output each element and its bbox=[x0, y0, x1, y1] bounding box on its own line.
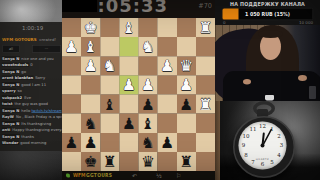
square[interactable] bbox=[62, 95, 81, 114]
white-bishop[interactable]: ♝ bbox=[119, 18, 138, 37]
square[interactable]: ♝ bbox=[139, 114, 158, 133]
black-bishop[interactable]: ♝ bbox=[100, 95, 119, 114]
square[interactable]: ♝ bbox=[100, 95, 119, 114]
chat-timer: 1:00:19 bbox=[22, 25, 43, 32]
online-indicator-icon bbox=[66, 174, 70, 178]
square[interactable] bbox=[196, 56, 215, 75]
square[interactable] bbox=[62, 75, 81, 94]
square[interactable] bbox=[196, 114, 215, 133]
offer-draw-icon[interactable]: ½ bbox=[156, 172, 162, 179]
streamer-fringe bbox=[258, 30, 283, 38]
square[interactable] bbox=[196, 37, 215, 56]
square[interactable]: ♟ bbox=[158, 56, 177, 75]
chat-username[interactable]: sperry bbox=[2, 89, 17, 94]
black-pawn[interactable]: ♟ bbox=[81, 133, 100, 152]
watch-numeral: 8 bbox=[244, 152, 248, 159]
square[interactable] bbox=[62, 152, 81, 171]
square[interactable]: ♟ bbox=[119, 75, 138, 94]
square[interactable] bbox=[100, 114, 119, 133]
square[interactable] bbox=[119, 152, 138, 171]
square[interactable]: ♟ bbox=[177, 95, 196, 114]
shoulder-cutout bbox=[243, 79, 251, 85]
square[interactable]: ♞ bbox=[139, 37, 158, 56]
square[interactable] bbox=[158, 37, 177, 56]
square[interactable] bbox=[62, 56, 81, 75]
chat-notice-name: WFM GOTOURS bbox=[2, 37, 37, 42]
square[interactable] bbox=[62, 18, 81, 37]
chess-board[interactable]: ♚♝♜♟♝♞♟♞♟♛♟♟♟♝♟♟♜♞♟♝♟♟♞♟♚♜♛♜ bbox=[62, 18, 215, 171]
stream-frame: 1:00:19 WFM GOTOURS created! all ··· Sen… bbox=[0, 0, 320, 180]
square[interactable] bbox=[158, 75, 177, 94]
square[interactable]: ♞ bbox=[100, 56, 119, 75]
chat-username[interactable]: sweetndcols bbox=[2, 63, 29, 68]
square[interactable]: ♝ bbox=[119, 18, 138, 37]
chat-link[interactable]: twitch.tv/stream bbox=[31, 108, 61, 113]
player-title-badge: WFM bbox=[73, 173, 86, 178]
takeback-icon[interactable]: ↶ bbox=[132, 172, 137, 179]
white-knight[interactable]: ♞ bbox=[100, 56, 119, 75]
white-pawn[interactable]: ♟ bbox=[158, 56, 177, 75]
player-bar: WFM GGTOURS ↶ ½ ⚐ bbox=[62, 171, 215, 180]
chat-username[interactable]: Senya N bbox=[2, 69, 20, 74]
square[interactable] bbox=[119, 56, 138, 75]
black-pawn[interactable]: ♟ bbox=[119, 114, 138, 133]
chat-message-list: Senya Nnice one and yousweetndcols0Senya… bbox=[2, 55, 62, 146]
black-rook[interactable]: ♜ bbox=[100, 152, 119, 171]
watch-numeral: 10 bbox=[243, 133, 250, 140]
chat-username[interactable]: Senya N bbox=[2, 121, 20, 126]
square[interactable]: ♟ bbox=[177, 75, 196, 94]
chat-username[interactable]: RayW bbox=[2, 115, 15, 120]
square[interactable]: ♛ bbox=[177, 56, 196, 75]
square[interactable] bbox=[196, 152, 215, 171]
white-rook[interactable]: ♜ bbox=[196, 95, 215, 114]
black-pawn[interactable]: ♟ bbox=[62, 133, 81, 152]
square[interactable] bbox=[100, 75, 119, 94]
chat-tab-more[interactable]: ··· bbox=[32, 45, 61, 53]
square[interactable]: ♜ bbox=[196, 95, 215, 114]
chat-username[interactable]: arent blankfan bbox=[2, 76, 34, 81]
watch-numeral: 7 bbox=[251, 159, 255, 166]
watch-hub bbox=[261, 144, 265, 148]
square[interactable] bbox=[177, 37, 196, 56]
watch-numeral: 3 bbox=[280, 142, 284, 149]
square[interactable]: ♟ bbox=[139, 95, 158, 114]
chat-username[interactable]: Senya N bbox=[2, 56, 20, 61]
white-knight[interactable]: ♞ bbox=[139, 37, 158, 56]
square[interactable]: ♚ bbox=[81, 152, 100, 171]
chat-tab-all[interactable]: all bbox=[3, 45, 20, 53]
square[interactable] bbox=[177, 114, 196, 133]
square[interactable]: ♜ bbox=[196, 18, 215, 37]
square[interactable] bbox=[158, 114, 177, 133]
black-pawn[interactable]: ♟ bbox=[177, 95, 196, 114]
white-pawn[interactable]: ♟ bbox=[177, 75, 196, 94]
black-pawn[interactable]: ♟ bbox=[139, 95, 158, 114]
square[interactable] bbox=[119, 37, 138, 56]
stream-inner: 1:00:19 WFM GOTOURS created! all ··· Sen… bbox=[0, 0, 320, 180]
square[interactable] bbox=[81, 95, 100, 114]
watch-numeral: 4 bbox=[277, 152, 281, 159]
donation-progress-bar: 1 050 RUB (15%) bbox=[222, 8, 313, 20]
chat-username[interactable]: Senya N bbox=[2, 134, 20, 139]
square[interactable]: ♟ bbox=[81, 56, 100, 75]
black-knight[interactable]: ♞ bbox=[81, 114, 100, 133]
square[interactable] bbox=[139, 18, 158, 37]
square[interactable] bbox=[81, 75, 100, 94]
chat-username[interactable]: anti bbox=[2, 128, 11, 133]
white-bishop[interactable]: ♝ bbox=[81, 37, 100, 56]
watch-numeral: 5 bbox=[270, 159, 274, 166]
game-counter: #70 bbox=[198, 2, 212, 10]
square[interactable] bbox=[196, 133, 215, 152]
square[interactable] bbox=[100, 18, 119, 37]
watch-numeral: 2 bbox=[277, 133, 281, 140]
donation-widget: НА ПОДДЕРЖКУ КАНАЛА 1 050 RUB (15%) 0 10… bbox=[215, 0, 320, 25]
watch-numeral: 9 bbox=[242, 142, 246, 149]
resign-flag-icon[interactable]: ⚐ bbox=[176, 172, 181, 179]
black-queen[interactable]: ♛ bbox=[139, 152, 158, 171]
square[interactable]: ♚ bbox=[81, 18, 100, 37]
white-rook[interactable]: ♜ bbox=[196, 18, 215, 37]
square[interactable]: ♟ bbox=[158, 133, 177, 152]
chat-notice: WFM GOTOURS created! bbox=[2, 37, 56, 42]
square[interactable] bbox=[177, 18, 196, 37]
shoulder-cutout bbox=[298, 75, 307, 81]
square[interactable]: ♞ bbox=[81, 114, 100, 133]
square[interactable] bbox=[158, 18, 177, 37]
square[interactable]: ♞ bbox=[139, 133, 158, 152]
watch-brand-text: QUARTZ bbox=[256, 157, 269, 160]
watch-numeral: 12 bbox=[259, 123, 266, 130]
square[interactable] bbox=[196, 75, 215, 94]
square[interactable] bbox=[119, 133, 138, 152]
white-pawn[interactable]: ♟ bbox=[62, 37, 81, 56]
white-queen[interactable]: ♛ bbox=[177, 56, 196, 75]
cup bbox=[265, 95, 274, 101]
square[interactable] bbox=[62, 114, 81, 133]
player-name[interactable]: GGTOURS bbox=[86, 173, 112, 178]
square[interactable] bbox=[100, 133, 119, 152]
square[interactable] bbox=[139, 56, 158, 75]
black-knight[interactable]: ♞ bbox=[139, 133, 158, 152]
chat-username[interactable]: subpack2 bbox=[2, 95, 23, 100]
white-pawn[interactable]: ♟ bbox=[119, 75, 138, 94]
square[interactable]: ♟ bbox=[62, 133, 81, 152]
chat-notice-text: created! bbox=[39, 37, 56, 42]
black-bishop[interactable]: ♝ bbox=[139, 114, 158, 133]
white-king[interactable]: ♚ bbox=[81, 18, 100, 37]
chat-message: Wondergood morning bbox=[2, 140, 62, 147]
glass bbox=[309, 86, 316, 99]
watch-numeral: 11 bbox=[250, 126, 257, 133]
black-king[interactable]: ♚ bbox=[81, 152, 100, 171]
name-cover-box bbox=[62, 0, 97, 12]
square[interactable]: ♟ bbox=[81, 133, 100, 152]
webcam-feed bbox=[215, 25, 320, 101]
chat-username[interactable]: Senya N bbox=[2, 108, 20, 113]
donation-title: НА ПОДДЕРЖКУ КАНАЛА bbox=[215, 2, 320, 8]
white-pawn[interactable]: ♟ bbox=[81, 56, 100, 75]
square[interactable]: ♝ bbox=[81, 37, 100, 56]
square[interactable]: ♟ bbox=[119, 114, 138, 133]
watch-numeral: 6 bbox=[261, 161, 265, 168]
square[interactable]: ♛ bbox=[139, 152, 158, 171]
black-rook[interactable]: ♜ bbox=[177, 152, 196, 171]
board-top-banner: 1:05:33 #70 bbox=[62, 0, 215, 18]
square[interactable] bbox=[158, 95, 177, 114]
square[interactable] bbox=[100, 37, 119, 56]
chat-username[interactable]: twist bbox=[2, 102, 14, 107]
square[interactable] bbox=[158, 152, 177, 171]
square[interactable] bbox=[177, 133, 196, 152]
square[interactable]: ♟ bbox=[139, 75, 158, 94]
square[interactable]: ♟ bbox=[62, 37, 81, 56]
donation-amount-label: 1 050 RUB (15%) bbox=[223, 11, 313, 17]
chat-username[interactable]: Wonder bbox=[2, 141, 19, 146]
black-pawn[interactable]: ♟ bbox=[158, 133, 177, 152]
wall-edge bbox=[215, 101, 220, 180]
chat-panel: 1:00:19 WFM GOTOURS created! all ··· Sen… bbox=[0, 22, 62, 151]
square[interactable] bbox=[119, 95, 138, 114]
chat-username[interactable]: Senya N bbox=[2, 82, 20, 87]
square[interactable]: ♜ bbox=[177, 152, 196, 171]
white-pawn[interactable]: ♟ bbox=[139, 75, 158, 94]
square[interactable]: ♜ bbox=[100, 152, 119, 171]
pocket-watch-photo: 121234567891011 QUARTZ bbox=[215, 101, 320, 180]
